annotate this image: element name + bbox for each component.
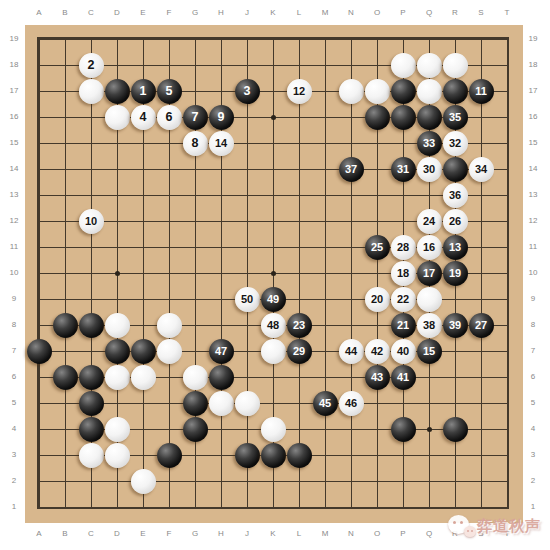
grid-line-vertical bbox=[299, 39, 300, 507]
stone-B6[interactable] bbox=[53, 365, 78, 390]
stone-E6[interactable] bbox=[131, 365, 156, 390]
stone-Q14[interactable]: 30 bbox=[417, 157, 442, 182]
stone-O9[interactable]: 20 bbox=[365, 287, 390, 312]
stone-P17[interactable] bbox=[391, 79, 416, 104]
stone-F16[interactable]: 6 bbox=[157, 105, 182, 130]
column-label-bottom-A: A bbox=[36, 530, 41, 538]
row-label-right-13: 13 bbox=[529, 191, 538, 199]
stone-O7[interactable]: 42 bbox=[365, 339, 390, 364]
row-label-left-8: 8 bbox=[12, 321, 16, 329]
stone-G4[interactable] bbox=[183, 417, 208, 442]
stone-N17[interactable] bbox=[339, 79, 364, 104]
grid-line-vertical bbox=[481, 39, 482, 507]
row-label-left-10: 10 bbox=[10, 269, 19, 277]
column-label-top-L: L bbox=[297, 9, 301, 17]
stone-A7[interactable] bbox=[27, 339, 52, 364]
stone-E7[interactable] bbox=[131, 339, 156, 364]
stone-P4[interactable] bbox=[391, 417, 416, 442]
stone-B8[interactable] bbox=[53, 313, 78, 338]
column-label-bottom-K: K bbox=[270, 530, 275, 538]
stone-Q8[interactable]: 38 bbox=[417, 313, 442, 338]
star-point bbox=[271, 115, 276, 120]
stone-D3[interactable] bbox=[105, 443, 130, 468]
stone-K3[interactable] bbox=[261, 443, 286, 468]
stone-Q17[interactable] bbox=[417, 79, 442, 104]
row-label-right-19: 19 bbox=[529, 35, 538, 43]
column-label-bottom-N: N bbox=[348, 530, 354, 538]
stone-L7[interactable]: 29 bbox=[287, 339, 312, 364]
row-label-left-4: 4 bbox=[12, 425, 16, 433]
column-label-top-S: S bbox=[478, 9, 483, 17]
stone-O6[interactable]: 43 bbox=[365, 365, 390, 390]
row-label-right-2: 2 bbox=[531, 477, 535, 485]
wechat-icon bbox=[447, 511, 477, 541]
row-label-right-4: 4 bbox=[531, 425, 535, 433]
star-point bbox=[427, 427, 432, 432]
stone-C5[interactable] bbox=[79, 391, 104, 416]
row-label-left-2: 2 bbox=[12, 477, 16, 485]
stone-F17[interactable]: 5 bbox=[157, 79, 182, 104]
stone-P14[interactable]: 31 bbox=[391, 157, 416, 182]
stone-O11[interactable]: 25 bbox=[365, 235, 390, 260]
stone-J5[interactable] bbox=[235, 391, 260, 416]
go-board-diagram: 弈道秋声 AA1919BB1818CC1717DD1616EE1515FF141… bbox=[0, 0, 550, 550]
row-label-left-12: 12 bbox=[10, 217, 19, 225]
stone-E16[interactable]: 4 bbox=[131, 105, 156, 130]
stone-P7[interactable]: 40 bbox=[391, 339, 416, 364]
stone-E17[interactable]: 1 bbox=[131, 79, 156, 104]
star-point bbox=[271, 271, 276, 276]
column-label-top-N: N bbox=[348, 9, 354, 17]
grid-line-horizontal bbox=[39, 507, 507, 508]
row-label-right-14: 14 bbox=[529, 165, 538, 173]
column-label-top-Q: Q bbox=[426, 9, 432, 17]
stone-C3[interactable] bbox=[79, 443, 104, 468]
stone-D7[interactable] bbox=[105, 339, 130, 364]
column-label-top-E: E bbox=[140, 9, 145, 17]
row-label-right-15: 15 bbox=[529, 139, 538, 147]
watermark: 弈道秋声 bbox=[447, 506, 541, 546]
stone-F7[interactable] bbox=[157, 339, 182, 364]
stone-K7[interactable] bbox=[261, 339, 286, 364]
row-label-left-11: 11 bbox=[10, 243, 18, 251]
column-label-bottom-F: F bbox=[167, 530, 172, 538]
stone-H7[interactable]: 47 bbox=[209, 339, 234, 364]
grid-line-vertical bbox=[507, 39, 508, 507]
stone-C4[interactable] bbox=[79, 417, 104, 442]
row-label-left-1: 1 bbox=[12, 503, 16, 511]
stone-Q9[interactable] bbox=[417, 287, 442, 312]
column-label-top-J: J bbox=[245, 9, 249, 17]
stone-E2[interactable] bbox=[131, 469, 156, 494]
column-label-bottom-Q: Q bbox=[426, 530, 432, 538]
row-label-left-19: 19 bbox=[10, 35, 19, 43]
column-label-top-A: A bbox=[36, 9, 41, 17]
row-label-right-3: 3 bbox=[531, 451, 535, 459]
row-label-left-9: 9 bbox=[12, 295, 16, 303]
stone-C18[interactable]: 2 bbox=[79, 53, 104, 78]
stone-P11[interactable]: 28 bbox=[391, 235, 416, 260]
stone-R18[interactable] bbox=[443, 53, 468, 78]
stone-H5[interactable] bbox=[209, 391, 234, 416]
stone-H15[interactable]: 14 bbox=[209, 131, 234, 156]
stone-P8[interactable]: 21 bbox=[391, 313, 416, 338]
stone-R12[interactable]: 26 bbox=[443, 209, 468, 234]
stone-R17[interactable] bbox=[443, 79, 468, 104]
stone-H16[interactable]: 9 bbox=[209, 105, 234, 130]
grid-line-vertical bbox=[325, 39, 326, 507]
row-label-right-17: 17 bbox=[529, 87, 538, 95]
column-label-bottom-M: M bbox=[322, 530, 329, 538]
stone-N5[interactable]: 46 bbox=[339, 391, 364, 416]
column-label-top-K: K bbox=[270, 9, 275, 17]
stone-D6[interactable] bbox=[105, 365, 130, 390]
column-label-bottom-J: J bbox=[245, 530, 249, 538]
stone-O17[interactable] bbox=[365, 79, 390, 104]
row-label-left-14: 14 bbox=[10, 165, 19, 173]
row-label-left-7: 7 bbox=[12, 347, 16, 355]
row-label-right-7: 7 bbox=[531, 347, 535, 355]
stone-Q16[interactable] bbox=[417, 105, 442, 130]
row-label-left-16: 16 bbox=[10, 113, 19, 121]
row-label-left-17: 17 bbox=[10, 87, 19, 95]
stone-R13[interactable]: 36 bbox=[443, 183, 468, 208]
stone-P16[interactable] bbox=[391, 105, 416, 130]
stone-G6[interactable] bbox=[183, 365, 208, 390]
row-label-right-12: 12 bbox=[529, 217, 538, 225]
wechat-bubble-small bbox=[464, 526, 476, 537]
watermark-text: 弈道秋声 bbox=[477, 517, 541, 536]
stone-R16[interactable]: 35 bbox=[443, 105, 468, 130]
row-label-right-16: 16 bbox=[529, 113, 538, 121]
stone-G5[interactable] bbox=[183, 391, 208, 416]
stone-P6[interactable]: 41 bbox=[391, 365, 416, 390]
stone-H6[interactable] bbox=[209, 365, 234, 390]
stone-L8[interactable]: 23 bbox=[287, 313, 312, 338]
column-label-bottom-G: G bbox=[192, 530, 198, 538]
stone-L3[interactable] bbox=[287, 443, 312, 468]
stone-C6[interactable] bbox=[79, 365, 104, 390]
column-label-top-H: H bbox=[218, 9, 224, 17]
column-label-bottom-B: B bbox=[62, 530, 67, 538]
column-label-bottom-D: D bbox=[114, 530, 120, 538]
stone-S14[interactable]: 34 bbox=[469, 157, 494, 182]
stone-C8[interactable] bbox=[79, 313, 104, 338]
stone-D8[interactable] bbox=[105, 313, 130, 338]
stone-P9[interactable]: 22 bbox=[391, 287, 416, 312]
column-label-top-R: R bbox=[452, 9, 458, 17]
stone-S8[interactable]: 27 bbox=[469, 313, 494, 338]
stone-D17[interactable] bbox=[105, 79, 130, 104]
row-label-right-6: 6 bbox=[531, 373, 535, 381]
stone-N14[interactable]: 37 bbox=[339, 157, 364, 182]
column-label-top-P: P bbox=[400, 9, 405, 17]
column-label-bottom-H: H bbox=[218, 530, 224, 538]
stone-L17[interactable]: 12 bbox=[287, 79, 312, 104]
stone-C17[interactable] bbox=[79, 79, 104, 104]
stone-R11[interactable]: 13 bbox=[443, 235, 468, 260]
stone-N7[interactable]: 44 bbox=[339, 339, 364, 364]
row-label-left-13: 13 bbox=[10, 191, 19, 199]
column-label-top-T: T bbox=[505, 9, 510, 17]
stone-P10[interactable]: 18 bbox=[391, 261, 416, 286]
stone-Q15[interactable]: 33 bbox=[417, 131, 442, 156]
row-label-right-8: 8 bbox=[531, 321, 535, 329]
column-label-top-F: F bbox=[167, 9, 172, 17]
row-label-left-5: 5 bbox=[12, 399, 16, 407]
column-label-bottom-L: L bbox=[297, 530, 301, 538]
row-label-right-18: 18 bbox=[529, 61, 538, 69]
stone-F3[interactable] bbox=[157, 443, 182, 468]
stone-R15[interactable]: 32 bbox=[443, 131, 468, 156]
stone-O16[interactable] bbox=[365, 105, 390, 130]
column-label-top-G: G bbox=[192, 9, 198, 17]
stone-G15[interactable]: 8 bbox=[183, 131, 208, 156]
column-label-bottom-E: E bbox=[140, 530, 145, 538]
column-label-top-O: O bbox=[374, 9, 380, 17]
stone-M5[interactable]: 45 bbox=[313, 391, 338, 416]
column-label-top-C: C bbox=[88, 9, 94, 17]
column-label-bottom-O: O bbox=[374, 530, 380, 538]
row-label-right-5: 5 bbox=[531, 399, 535, 407]
stone-Q11[interactable]: 16 bbox=[417, 235, 442, 260]
stone-F8[interactable] bbox=[157, 313, 182, 338]
stone-J17[interactable]: 3 bbox=[235, 79, 260, 104]
stone-K9[interactable]: 49 bbox=[261, 287, 286, 312]
row-label-left-3: 3 bbox=[12, 451, 16, 459]
column-label-top-M: M bbox=[322, 9, 329, 17]
row-label-right-11: 11 bbox=[529, 243, 537, 251]
stone-R4[interactable] bbox=[443, 417, 468, 442]
stone-Q18[interactable] bbox=[417, 53, 442, 78]
row-label-right-9: 9 bbox=[531, 295, 535, 303]
column-label-top-B: B bbox=[62, 9, 67, 17]
stone-J3[interactable] bbox=[235, 443, 260, 468]
grid-line-horizontal bbox=[39, 481, 507, 482]
stone-S17[interactable]: 11 bbox=[469, 79, 494, 104]
column-label-top-D: D bbox=[114, 9, 120, 17]
row-label-left-6: 6 bbox=[12, 373, 16, 381]
stone-K8[interactable]: 48 bbox=[261, 313, 286, 338]
stone-Q12[interactable]: 24 bbox=[417, 209, 442, 234]
stone-D16[interactable] bbox=[105, 105, 130, 130]
stone-P18[interactable] bbox=[391, 53, 416, 78]
row-label-left-15: 15 bbox=[10, 139, 19, 147]
stone-R10[interactable]: 19 bbox=[443, 261, 468, 286]
row-label-right-10: 10 bbox=[529, 269, 538, 277]
stone-G16[interactable]: 7 bbox=[183, 105, 208, 130]
stone-K4[interactable] bbox=[261, 417, 286, 442]
column-label-bottom-P: P bbox=[400, 530, 405, 538]
stone-Q10[interactable]: 17 bbox=[417, 261, 442, 286]
grid-line-horizontal bbox=[39, 403, 507, 404]
stone-R8[interactable]: 39 bbox=[443, 313, 468, 338]
stone-R14[interactable] bbox=[443, 157, 468, 182]
stone-J9[interactable]: 50 bbox=[235, 287, 260, 312]
grid-line-vertical bbox=[351, 39, 352, 507]
stone-Q7[interactable]: 15 bbox=[417, 339, 442, 364]
stone-C12[interactable]: 10 bbox=[79, 209, 104, 234]
column-label-bottom-C: C bbox=[88, 530, 94, 538]
row-label-left-18: 18 bbox=[10, 61, 19, 69]
stone-D4[interactable] bbox=[105, 417, 130, 442]
star-point bbox=[115, 271, 120, 276]
